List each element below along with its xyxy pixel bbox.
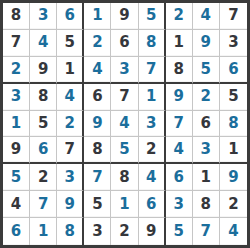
cell-r1c8[interactable]: 4	[193, 3, 220, 30]
cell-r9c4[interactable]: 3	[84, 218, 111, 245]
cell-r3c4[interactable]: 4	[84, 57, 111, 84]
cell-r9c7[interactable]: 5	[166, 218, 193, 245]
cell-r3c8[interactable]: 5	[193, 57, 220, 84]
cell-r6c8[interactable]: 3	[193, 137, 220, 164]
cell-r2c5[interactable]: 6	[111, 30, 138, 57]
cell-r7c4[interactable]: 7	[84, 164, 111, 191]
cell-r8c3[interactable]: 9	[57, 191, 84, 218]
cell-r1c9[interactable]: 7	[220, 3, 247, 30]
cell-r4c2[interactable]: 8	[30, 84, 57, 111]
cell-r7c5[interactable]: 8	[111, 164, 138, 191]
cell-r6c5[interactable]: 5	[111, 137, 138, 164]
cell-r3c5[interactable]: 3	[111, 57, 138, 84]
cell-r5c8[interactable]: 6	[193, 111, 220, 138]
cell-r7c2[interactable]: 2	[30, 164, 57, 191]
sudoku-board: 8361952477452681932914378563846719251529…	[0, 0, 250, 248]
cell-r6c6[interactable]: 2	[139, 137, 166, 164]
cell-r4c8[interactable]: 2	[193, 84, 220, 111]
cell-r2c9[interactable]: 3	[220, 30, 247, 57]
cell-r6c9[interactable]: 1	[220, 137, 247, 164]
cell-r4c7[interactable]: 9	[166, 84, 193, 111]
cell-r5c4[interactable]: 9	[84, 111, 111, 138]
cell-r3c9[interactable]: 6	[220, 57, 247, 84]
cell-r4c3[interactable]: 4	[57, 84, 84, 111]
cell-r5c2[interactable]: 5	[30, 111, 57, 138]
cell-r7c1[interactable]: 5	[3, 164, 30, 191]
cell-r4c4[interactable]: 6	[84, 84, 111, 111]
cell-r9c5[interactable]: 2	[111, 218, 138, 245]
cell-r7c6[interactable]: 4	[139, 164, 166, 191]
cell-r2c7[interactable]: 1	[166, 30, 193, 57]
cell-r6c4[interactable]: 8	[84, 137, 111, 164]
cell-r9c9[interactable]: 4	[220, 218, 247, 245]
cell-r3c2[interactable]: 9	[30, 57, 57, 84]
cell-r1c5[interactable]: 9	[111, 3, 138, 30]
cell-r2c1[interactable]: 7	[3, 30, 30, 57]
cell-r7c8[interactable]: 1	[193, 164, 220, 191]
cell-r3c6[interactable]: 7	[139, 57, 166, 84]
cell-r6c1[interactable]: 9	[3, 137, 30, 164]
cell-r5c5[interactable]: 4	[111, 111, 138, 138]
cell-r9c2[interactable]: 1	[30, 218, 57, 245]
cell-r3c1[interactable]: 2	[3, 57, 30, 84]
cell-r6c7[interactable]: 4	[166, 137, 193, 164]
cell-r9c6[interactable]: 9	[139, 218, 166, 245]
cell-r7c9[interactable]: 9	[220, 164, 247, 191]
cell-r9c1[interactable]: 6	[3, 218, 30, 245]
cell-r8c1[interactable]: 4	[3, 191, 30, 218]
cell-r2c4[interactable]: 2	[84, 30, 111, 57]
cell-r7c7[interactable]: 6	[166, 164, 193, 191]
cell-r9c3[interactable]: 8	[57, 218, 84, 245]
cell-r4c1[interactable]: 3	[3, 84, 30, 111]
cell-r5c1[interactable]: 1	[3, 111, 30, 138]
cell-r2c2[interactable]: 4	[30, 30, 57, 57]
cell-r8c9[interactable]: 2	[220, 191, 247, 218]
cell-r5c3[interactable]: 2	[57, 111, 84, 138]
cell-r4c5[interactable]: 7	[111, 84, 138, 111]
cell-r1c7[interactable]: 2	[166, 3, 193, 30]
cell-r5c9[interactable]: 8	[220, 111, 247, 138]
cell-r4c9[interactable]: 5	[220, 84, 247, 111]
cell-r8c6[interactable]: 6	[139, 191, 166, 218]
cell-r8c2[interactable]: 7	[30, 191, 57, 218]
cell-r3c7[interactable]: 8	[166, 57, 193, 84]
cell-r2c3[interactable]: 5	[57, 30, 84, 57]
cell-r5c6[interactable]: 3	[139, 111, 166, 138]
cell-r8c4[interactable]: 5	[84, 191, 111, 218]
cell-r7c3[interactable]: 3	[57, 164, 84, 191]
cell-r9c8[interactable]: 7	[193, 218, 220, 245]
cell-r2c8[interactable]: 9	[193, 30, 220, 57]
cell-r1c2[interactable]: 3	[30, 3, 57, 30]
cell-r8c5[interactable]: 1	[111, 191, 138, 218]
cell-r2c6[interactable]: 8	[139, 30, 166, 57]
cell-r4c6[interactable]: 1	[139, 84, 166, 111]
cell-r6c3[interactable]: 7	[57, 137, 84, 164]
cell-r1c3[interactable]: 6	[57, 3, 84, 30]
cell-r8c8[interactable]: 8	[193, 191, 220, 218]
cell-r1c4[interactable]: 1	[84, 3, 111, 30]
cell-r1c6[interactable]: 5	[139, 3, 166, 30]
cell-r1c1[interactable]: 8	[3, 3, 30, 30]
cell-r5c7[interactable]: 7	[166, 111, 193, 138]
cell-r8c7[interactable]: 3	[166, 191, 193, 218]
cell-r6c2[interactable]: 6	[30, 137, 57, 164]
cell-r3c3[interactable]: 1	[57, 57, 84, 84]
